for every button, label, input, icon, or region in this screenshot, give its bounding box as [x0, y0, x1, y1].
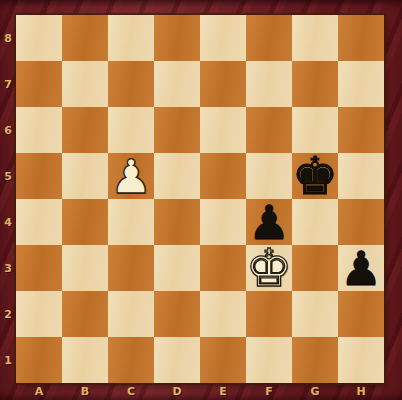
square-c3[interactable] — [108, 245, 154, 291]
file-labels: ABCDEFGH — [16, 383, 384, 400]
square-e6[interactable] — [200, 107, 246, 153]
file-label-e: E — [200, 383, 246, 400]
square-d3[interactable] — [154, 245, 200, 291]
square-f7[interactable] — [246, 61, 292, 107]
square-f5[interactable] — [246, 153, 292, 199]
square-b3[interactable] — [62, 245, 108, 291]
rank-label-7: 7 — [0, 61, 16, 107]
square-c8[interactable] — [108, 15, 154, 61]
square-f6[interactable] — [246, 107, 292, 153]
square-e4[interactable] — [200, 199, 246, 245]
square-e2[interactable] — [200, 291, 246, 337]
white-pawn-c5[interactable]: ♟ — [108, 153, 154, 199]
square-h2[interactable] — [338, 291, 384, 337]
square-b5[interactable] — [62, 153, 108, 199]
square-c5[interactable]: ♟ — [108, 153, 154, 199]
rank-label-8: 8 — [0, 15, 16, 61]
square-a6[interactable] — [16, 107, 62, 153]
square-a2[interactable] — [16, 291, 62, 337]
square-h4[interactable] — [338, 199, 384, 245]
square-e7[interactable] — [200, 61, 246, 107]
square-f8[interactable] — [246, 15, 292, 61]
square-g1[interactable] — [292, 337, 338, 383]
rank-label-6: 6 — [0, 107, 16, 153]
square-a3[interactable] — [16, 245, 62, 291]
square-d7[interactable] — [154, 61, 200, 107]
file-label-f: F — [246, 383, 292, 400]
square-d2[interactable] — [154, 291, 200, 337]
square-e5[interactable] — [200, 153, 246, 199]
square-f1[interactable] — [246, 337, 292, 383]
black-pawn-h3[interactable]: ♟ — [338, 245, 384, 291]
square-f3[interactable]: ♚ — [246, 245, 292, 291]
square-h1[interactable] — [338, 337, 384, 383]
chess-board[interactable]: ♟♚♟♚♟ — [16, 15, 384, 383]
chess-diagram: ♟♚♟♚♟ 87654321 ABCDEFGH — [0, 0, 402, 400]
square-f2[interactable] — [246, 291, 292, 337]
file-label-h: H — [338, 383, 384, 400]
square-a8[interactable] — [16, 15, 62, 61]
square-d8[interactable] — [154, 15, 200, 61]
square-g7[interactable] — [292, 61, 338, 107]
rank-label-5: 5 — [0, 153, 16, 199]
square-a5[interactable] — [16, 153, 62, 199]
square-c1[interactable] — [108, 337, 154, 383]
square-a7[interactable] — [16, 61, 62, 107]
square-h6[interactable] — [338, 107, 384, 153]
black-king-g5[interactable]: ♚ — [292, 153, 338, 199]
white-king-f3[interactable]: ♚ — [246, 245, 292, 291]
square-d6[interactable] — [154, 107, 200, 153]
file-label-b: B — [62, 383, 108, 400]
square-b7[interactable] — [62, 61, 108, 107]
square-g2[interactable] — [292, 291, 338, 337]
square-h7[interactable] — [338, 61, 384, 107]
square-d1[interactable] — [154, 337, 200, 383]
rank-label-3: 3 — [0, 245, 16, 291]
square-g8[interactable] — [292, 15, 338, 61]
square-c7[interactable] — [108, 61, 154, 107]
square-c6[interactable] — [108, 107, 154, 153]
square-b1[interactable] — [62, 337, 108, 383]
square-g4[interactable] — [292, 199, 338, 245]
square-g5[interactable]: ♚ — [292, 153, 338, 199]
square-h8[interactable] — [338, 15, 384, 61]
square-e1[interactable] — [200, 337, 246, 383]
file-label-d: D — [154, 383, 200, 400]
square-h3[interactable]: ♟ — [338, 245, 384, 291]
file-label-c: C — [108, 383, 154, 400]
rank-label-1: 1 — [0, 337, 16, 383]
square-g3[interactable] — [292, 245, 338, 291]
rank-label-2: 2 — [0, 291, 16, 337]
square-d5[interactable] — [154, 153, 200, 199]
rank-label-4: 4 — [0, 199, 16, 245]
square-b8[interactable] — [62, 15, 108, 61]
square-a1[interactable] — [16, 337, 62, 383]
square-e3[interactable] — [200, 245, 246, 291]
rank-labels: 87654321 — [0, 15, 16, 383]
square-h5[interactable] — [338, 153, 384, 199]
file-label-a: A — [16, 383, 62, 400]
square-c4[interactable] — [108, 199, 154, 245]
square-d4[interactable] — [154, 199, 200, 245]
square-b6[interactable] — [62, 107, 108, 153]
file-label-g: G — [292, 383, 338, 400]
square-e8[interactable] — [200, 15, 246, 61]
square-b4[interactable] — [62, 199, 108, 245]
square-c2[interactable] — [108, 291, 154, 337]
square-b2[interactable] — [62, 291, 108, 337]
square-a4[interactable] — [16, 199, 62, 245]
